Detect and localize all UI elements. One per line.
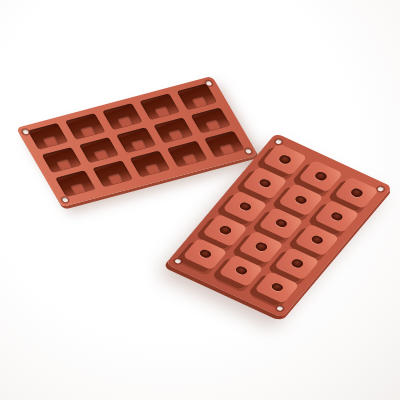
square-bump: [274, 247, 319, 280]
center-hole: [258, 178, 272, 188]
product-photo: [0, 0, 400, 400]
center-hole: [349, 187, 363, 197]
center-hole: [274, 218, 288, 228]
square-cavity: [28, 123, 68, 149]
square-cavity: [167, 141, 207, 167]
square-cavity: [79, 137, 119, 163]
square-cavity: [102, 103, 142, 129]
square-bump: [238, 231, 283, 264]
center-hole: [290, 258, 304, 268]
cavity-grid: [16, 76, 258, 207]
center-hole: [254, 242, 268, 252]
square-bump: [254, 271, 299, 304]
square-bump: [218, 254, 263, 287]
center-hole: [234, 265, 248, 275]
center-hole: [310, 235, 324, 245]
square-cavity: [130, 151, 170, 177]
square-cavity: [153, 117, 193, 143]
center-hole: [198, 248, 212, 258]
square-cavity: [116, 127, 156, 153]
center-hole: [238, 201, 252, 211]
center-hole: [313, 171, 327, 181]
square-cavity: [191, 107, 231, 133]
square-cavity: [42, 147, 82, 173]
square-bump: [182, 237, 227, 270]
mold-top-view: [16, 76, 258, 207]
center-hole: [330, 211, 344, 221]
center-hole: [270, 282, 284, 292]
center-hole: [218, 225, 232, 235]
square-cavity: [65, 113, 105, 139]
square-cavity: [140, 93, 180, 119]
center-hole: [278, 154, 292, 164]
center-hole: [294, 194, 308, 204]
square-cavity: [204, 131, 244, 157]
square-cavity: [55, 171, 95, 197]
square-cavity: [93, 161, 133, 187]
square-bump: [202, 214, 247, 247]
square-cavity: [177, 84, 217, 110]
